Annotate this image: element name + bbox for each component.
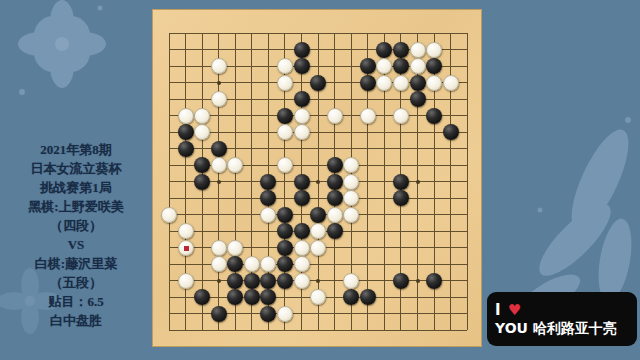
black-stone [327,174,343,190]
white-stone [211,58,227,74]
white-stone [426,75,442,91]
white-stone [277,157,293,173]
black-stone [277,273,293,289]
black-stone [393,58,409,74]
white-stone [277,124,293,140]
black-stone [260,306,276,322]
black-stone [310,207,326,223]
white-stone [343,157,359,173]
white-stone [260,256,276,272]
black-stone [211,141,227,157]
video-frame: 2021年第8期日本女流立葵杯挑战赛第1局黑棋:上野爱咲美（四段）VS白棋:藤沢… [0,0,640,360]
black-stone [327,157,343,173]
white-stone [327,207,343,223]
white-stone [277,58,293,74]
white-stone [294,273,310,289]
white-stone [376,75,392,91]
white-stone [294,108,310,124]
black-stone [178,124,194,140]
black-stone [426,58,442,74]
black-stone [393,190,409,206]
info-line: （五段） [0,273,152,292]
watermark-line1: I ♥ [495,302,629,319]
black-stone [194,157,210,173]
black-stone [260,174,276,190]
white-stone [327,108,343,124]
black-stone [327,190,343,206]
star-point [217,279,221,283]
black-stone [260,190,276,206]
black-stone [277,108,293,124]
white-stone [211,91,227,107]
last-move-marker [184,246,189,251]
black-stone [277,207,293,223]
star-point [316,279,320,283]
white-stone [260,207,276,223]
black-stone [294,42,310,58]
black-stone [227,256,243,272]
white-stone [194,124,210,140]
black-stone [393,273,409,289]
black-stone [194,174,210,190]
black-stone [376,42,392,58]
star-point [416,180,420,184]
white-stone [310,240,326,256]
white-stone [178,223,194,239]
black-stone [410,75,426,91]
black-stone [360,75,376,91]
black-stone [277,240,293,256]
star-point [316,180,320,184]
watermark-badge: I ♥ YOU 哈利路亚十亮 [487,292,637,346]
white-stone [310,289,326,305]
black-stone [277,256,293,272]
white-stone [277,75,293,91]
black-stone [393,174,409,190]
black-stone [393,42,409,58]
info-line: 贴目：6.5 [0,292,152,311]
grid-line-horizontal [169,198,467,199]
flower-ornament-top-left [0,0,130,120]
black-stone [178,141,194,157]
white-stone [343,190,359,206]
black-stone [294,58,310,74]
white-stone [227,157,243,173]
white-stone [211,256,227,272]
star-point [416,279,420,283]
black-stone [360,58,376,74]
white-stone [227,240,243,256]
white-stone [294,256,310,272]
white-stone [244,256,260,272]
black-stone [410,91,426,107]
grid-line-horizontal [169,330,467,331]
info-line: 日本女流立葵杯 [0,159,152,178]
black-stone [260,289,276,305]
white-stone [161,207,177,223]
info-line: 白中盘胜 [0,311,152,330]
white-stone [343,174,359,190]
white-stone [426,42,442,58]
black-stone [426,273,442,289]
info-line: 2021年第8期 [0,140,152,159]
info-line: VS [0,235,152,254]
heart-icon: ♥ [508,301,522,319]
watermark-line2: YOU 哈利路亚十亮 [495,319,629,337]
black-stone [227,289,243,305]
white-stone [343,207,359,223]
star-point [217,81,221,85]
white-stone [211,240,227,256]
white-stone [211,157,227,173]
white-stone [443,75,459,91]
black-stone [294,223,310,239]
white-stone [178,108,194,124]
black-stone [310,75,326,91]
black-stone [260,273,276,289]
black-stone [227,273,243,289]
white-stone [343,273,359,289]
white-stone [360,108,376,124]
black-stone [327,223,343,239]
white-stone [376,58,392,74]
white-stone [393,108,409,124]
black-stone [343,289,359,305]
info-line: 白棋:藤沢里菜 [0,254,152,273]
black-stone [211,306,227,322]
black-stone [194,289,210,305]
white-stone [178,273,194,289]
white-stone [194,108,210,124]
black-stone [294,174,310,190]
black-stone [426,108,442,124]
black-stone [360,289,376,305]
white-stone [294,124,310,140]
white-stone [393,75,409,91]
white-stone [410,42,426,58]
white-stone [410,58,426,74]
info-line: （四段） [0,216,152,235]
black-stone [294,190,310,206]
black-stone [277,223,293,239]
black-stone [244,273,260,289]
white-stone [294,240,310,256]
star-point [217,180,221,184]
black-stone [294,91,310,107]
white-stone [310,223,326,239]
info-line: 挑战赛第1局 [0,178,152,197]
info-line: 黑棋:上野爱咲美 [0,197,152,216]
game-info-panel: 2021年第8期日本女流立葵杯挑战赛第1局黑棋:上野爱咲美（四段）VS白棋:藤沢… [0,140,152,330]
go-board [152,9,482,347]
black-stone [244,289,260,305]
white-stone [277,306,293,322]
grid-line-vertical [467,33,468,330]
black-stone [443,124,459,140]
white-stone [178,240,194,256]
